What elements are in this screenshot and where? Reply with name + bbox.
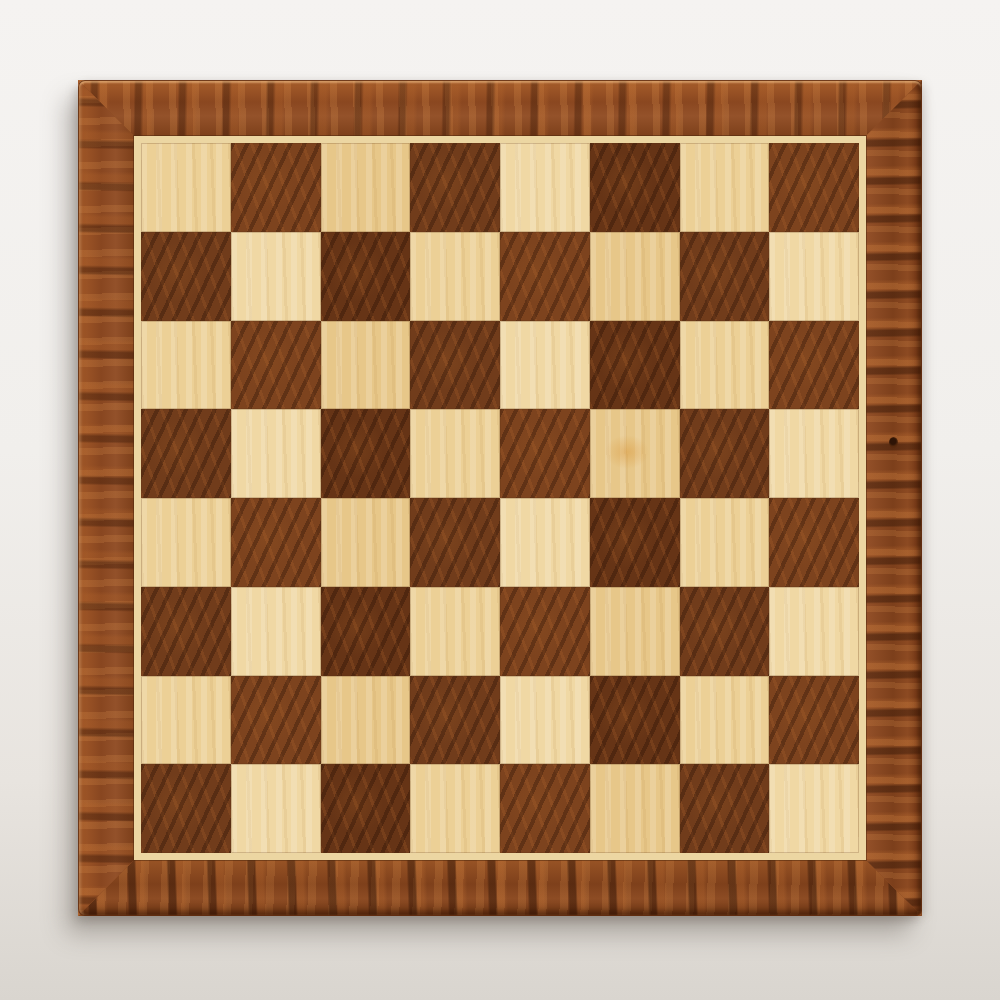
square-e5[interactable] [500, 409, 590, 498]
square-b1[interactable] [231, 764, 321, 853]
square-h2[interactable] [769, 676, 859, 765]
square-g1[interactable] [680, 764, 770, 853]
chess-board [78, 80, 922, 916]
square-g4[interactable] [680, 498, 770, 587]
square-h1[interactable] [769, 764, 859, 853]
square-e7[interactable] [500, 232, 590, 321]
pinstripe-inlay-border [134, 136, 866, 860]
square-h3[interactable] [769, 587, 859, 676]
board-frame-bottom-rail [78, 858, 922, 916]
square-d5[interactable] [410, 409, 500, 498]
square-c8[interactable] [321, 143, 411, 232]
square-b4[interactable] [231, 498, 321, 587]
square-d3[interactable] [410, 587, 500, 676]
board-frame-top-rail [78, 80, 922, 138]
square-b7[interactable] [231, 232, 321, 321]
square-f7[interactable] [590, 232, 680, 321]
square-f4[interactable] [590, 498, 680, 587]
square-b3[interactable] [231, 587, 321, 676]
square-b5[interactable] [231, 409, 321, 498]
square-c3[interactable] [321, 587, 411, 676]
square-f1[interactable] [590, 764, 680, 853]
square-h5[interactable] [769, 409, 859, 498]
square-a8[interactable] [141, 143, 231, 232]
square-a2[interactable] [141, 676, 231, 765]
board-grid [141, 143, 859, 853]
square-f2[interactable] [590, 676, 680, 765]
square-c1[interactable] [321, 764, 411, 853]
square-c6[interactable] [321, 321, 411, 410]
square-c4[interactable] [321, 498, 411, 587]
square-a6[interactable] [141, 321, 231, 410]
square-f3[interactable] [590, 587, 680, 676]
square-a3[interactable] [141, 587, 231, 676]
square-e6[interactable] [500, 321, 590, 410]
square-a5[interactable] [141, 409, 231, 498]
square-b6[interactable] [231, 321, 321, 410]
square-g3[interactable] [680, 587, 770, 676]
square-d4[interactable] [410, 498, 500, 587]
square-c2[interactable] [321, 676, 411, 765]
square-f8[interactable] [590, 143, 680, 232]
square-f6[interactable] [590, 321, 680, 410]
wood-knot [889, 437, 898, 448]
square-h7[interactable] [769, 232, 859, 321]
square-a1[interactable] [141, 764, 231, 853]
square-b2[interactable] [231, 676, 321, 765]
square-d7[interactable] [410, 232, 500, 321]
square-g5[interactable] [680, 409, 770, 498]
square-h6[interactable] [769, 321, 859, 410]
board-frame-right-rail [864, 80, 922, 916]
square-d2[interactable] [410, 676, 500, 765]
square-e4[interactable] [500, 498, 590, 587]
square-c7[interactable] [321, 232, 411, 321]
photo-background [0, 0, 1000, 1000]
square-d8[interactable] [410, 143, 500, 232]
square-g6[interactable] [680, 321, 770, 410]
board-frame-left-rail [78, 80, 136, 916]
square-h4[interactable] [769, 498, 859, 587]
wood-stain [601, 432, 653, 472]
square-g8[interactable] [680, 143, 770, 232]
square-e8[interactable] [500, 143, 590, 232]
square-a7[interactable] [141, 232, 231, 321]
square-e3[interactable] [500, 587, 590, 676]
square-d6[interactable] [410, 321, 500, 410]
square-h8[interactable] [769, 143, 859, 232]
square-c5[interactable] [321, 409, 411, 498]
square-e2[interactable] [500, 676, 590, 765]
square-a4[interactable] [141, 498, 231, 587]
square-b8[interactable] [231, 143, 321, 232]
square-d1[interactable] [410, 764, 500, 853]
square-g7[interactable] [680, 232, 770, 321]
square-e1[interactable] [500, 764, 590, 853]
square-g2[interactable] [680, 676, 770, 765]
